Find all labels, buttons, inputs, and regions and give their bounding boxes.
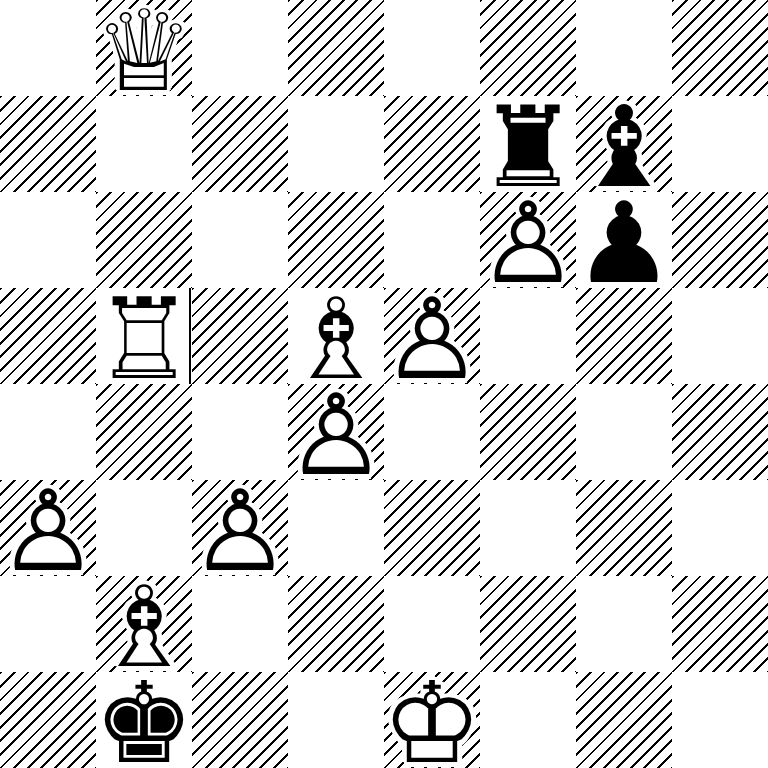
square-h3[interactable]: [672, 480, 768, 576]
square-g5[interactable]: [576, 288, 672, 384]
square-h1[interactable]: [672, 672, 768, 768]
square-c5[interactable]: [192, 288, 288, 384]
square-f6[interactable]: ♟♙: [480, 192, 576, 288]
square-d5[interactable]: ♝♗: [288, 288, 384, 384]
square-f7[interactable]: ♜♜: [480, 96, 576, 192]
piece-white-pawn-icon: ♙: [480, 195, 576, 291]
square-a6[interactable]: [0, 192, 96, 288]
piece-white-bishop-icon: ♗: [288, 291, 384, 387]
square-e5[interactable]: ♟♙: [384, 288, 480, 384]
piece-backing-white-king: ♚: [384, 675, 480, 768]
square-g3[interactable]: [576, 480, 672, 576]
square-b2[interactable]: ♝♗: [96, 576, 192, 672]
piece-backing-white-bishop: ♝: [288, 291, 384, 387]
piece-backing-white-pawn: ♟: [0, 483, 96, 579]
square-e4[interactable]: [384, 384, 480, 480]
piece-white-king-icon: ♔: [384, 675, 480, 768]
piece-backing-white-pawn: ♟: [288, 387, 384, 483]
piece-white-queen-icon: ♕: [96, 3, 192, 99]
piece-white-pawn-icon: ♙: [192, 483, 288, 579]
piece-backing-white-pawn: ♟: [384, 291, 480, 387]
square-c6[interactable]: [192, 192, 288, 288]
piece-black-bishop-icon: ♝: [576, 99, 672, 195]
square-f3[interactable]: [480, 480, 576, 576]
square-d2[interactable]: [288, 576, 384, 672]
square-c8[interactable]: [192, 0, 288, 96]
square-a7[interactable]: [0, 96, 96, 192]
piece-black-pawn-icon: ♟: [576, 195, 672, 291]
square-e3[interactable]: [384, 480, 480, 576]
square-f5[interactable]: [480, 288, 576, 384]
square-f1[interactable]: [480, 672, 576, 768]
square-f2[interactable]: [480, 576, 576, 672]
square-g4[interactable]: [576, 384, 672, 480]
square-h2[interactable]: [672, 576, 768, 672]
square-c7[interactable]: [192, 96, 288, 192]
square-e8[interactable]: [384, 0, 480, 96]
square-e6[interactable]: [384, 192, 480, 288]
stray-line-artifact: [189, 288, 191, 384]
square-b7[interactable]: [96, 96, 192, 192]
square-d3[interactable]: [288, 480, 384, 576]
square-d7[interactable]: [288, 96, 384, 192]
piece-backing-black-king: ♚: [96, 675, 192, 768]
square-a8[interactable]: [0, 0, 96, 96]
square-a2[interactable]: [0, 576, 96, 672]
square-g6[interactable]: ♟♟: [576, 192, 672, 288]
square-g7[interactable]: ♝♝: [576, 96, 672, 192]
square-h6[interactable]: [672, 192, 768, 288]
piece-backing-black-bishop: ♝: [576, 99, 672, 195]
square-c4[interactable]: [192, 384, 288, 480]
chess-diagram: ♛♕♜♜♝♝♟♙♟♟♜♖♝♗♟♙♟♙♟♙♟♙♝♗♚♚♚♔: [0, 0, 768, 768]
square-f8[interactable]: [480, 0, 576, 96]
square-e1[interactable]: ♚♔: [384, 672, 480, 768]
square-b4[interactable]: [96, 384, 192, 480]
square-h5[interactable]: [672, 288, 768, 384]
square-h8[interactable]: [672, 0, 768, 96]
square-a3[interactable]: ♟♙: [0, 480, 96, 576]
square-e2[interactable]: [384, 576, 480, 672]
chess-board: ♛♕♜♜♝♝♟♙♟♟♜♖♝♗♟♙♟♙♟♙♟♙♝♗♚♚♚♔: [0, 0, 768, 768]
square-d4[interactable]: ♟♙: [288, 384, 384, 480]
square-h4[interactable]: [672, 384, 768, 480]
piece-backing-white-pawn: ♟: [192, 483, 288, 579]
square-h7[interactable]: [672, 96, 768, 192]
square-c3[interactable]: ♟♙: [192, 480, 288, 576]
piece-white-pawn-icon: ♙: [288, 387, 384, 483]
square-g1[interactable]: [576, 672, 672, 768]
piece-white-rook-icon: ♖: [96, 291, 192, 387]
piece-backing-white-queen: ♛: [96, 3, 192, 99]
square-d1[interactable]: [288, 672, 384, 768]
square-b8[interactable]: ♛♕: [96, 0, 192, 96]
square-b3[interactable]: [96, 480, 192, 576]
square-b6[interactable]: [96, 192, 192, 288]
square-c2[interactable]: [192, 576, 288, 672]
piece-white-pawn-icon: ♙: [384, 291, 480, 387]
square-d6[interactable]: [288, 192, 384, 288]
square-e7[interactable]: [384, 96, 480, 192]
piece-backing-white-pawn: ♟: [480, 195, 576, 291]
square-b1[interactable]: ♚♚: [96, 672, 192, 768]
square-d8[interactable]: [288, 0, 384, 96]
square-c1[interactable]: [192, 672, 288, 768]
piece-black-king-icon: ♚: [96, 675, 192, 768]
piece-backing-white-bishop: ♝: [96, 579, 192, 675]
piece-black-rook-icon: ♜: [480, 99, 576, 195]
piece-white-pawn-icon: ♙: [0, 483, 96, 579]
square-f4[interactable]: [480, 384, 576, 480]
square-a1[interactable]: [0, 672, 96, 768]
square-b5[interactable]: ♜♖: [96, 288, 192, 384]
square-a4[interactable]: [0, 384, 96, 480]
square-g8[interactable]: [576, 0, 672, 96]
piece-white-bishop-icon: ♗: [96, 579, 192, 675]
piece-backing-black-pawn: ♟: [576, 195, 672, 291]
square-a5[interactable]: [0, 288, 96, 384]
square-g2[interactable]: [576, 576, 672, 672]
piece-backing-black-rook: ♜: [480, 99, 576, 195]
piece-backing-white-rook: ♜: [96, 291, 192, 387]
